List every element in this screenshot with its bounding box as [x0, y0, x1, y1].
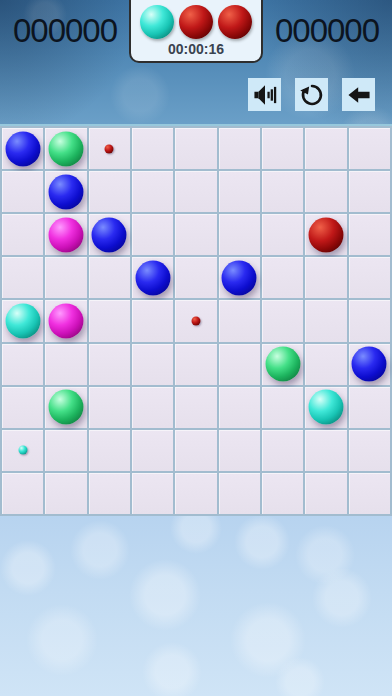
timer: 00:00:16	[168, 41, 224, 57]
next-balls-panel: 00:00:16	[129, 0, 263, 63]
ball-blue[interactable]	[222, 260, 257, 295]
cell-r6c8[interactable]	[349, 387, 390, 428]
cell-r6c4[interactable]	[175, 387, 216, 428]
next-dot-red	[105, 144, 114, 153]
cell-r5c8[interactable]	[349, 344, 390, 385]
cell-r7c7[interactable]	[305, 430, 346, 471]
ball-blue[interactable]	[48, 174, 83, 209]
cell-r2c3[interactable]	[132, 214, 173, 255]
cell-r2c2[interactable]	[89, 214, 130, 255]
cell-r0c1[interactable]	[45, 128, 86, 169]
cell-r2c5[interactable]	[219, 214, 260, 255]
cell-r3c1[interactable]	[45, 257, 86, 298]
score-right: 000000	[262, 13, 392, 49]
cell-r5c4[interactable]	[175, 344, 216, 385]
cell-r1c7[interactable]	[305, 171, 346, 212]
cell-r4c3[interactable]	[132, 300, 173, 341]
game-board	[0, 124, 392, 516]
cell-r3c0[interactable]	[2, 257, 43, 298]
cell-r4c7[interactable]	[305, 300, 346, 341]
cell-r4c0[interactable]	[2, 300, 43, 341]
cell-r5c2[interactable]	[89, 344, 130, 385]
cell-r8c1[interactable]	[45, 473, 86, 514]
cell-r5c6[interactable]	[262, 344, 303, 385]
cell-r1c3[interactable]	[132, 171, 173, 212]
ball-blue[interactable]	[135, 260, 170, 295]
ball-blue[interactable]	[92, 217, 127, 252]
sound-button[interactable]	[248, 78, 281, 111]
speaker-volume-icon	[252, 82, 278, 108]
ball-blue[interactable]	[352, 347, 387, 382]
cell-r1c4[interactable]	[175, 171, 216, 212]
cell-r7c2[interactable]	[89, 430, 130, 471]
cell-r0c4[interactable]	[175, 128, 216, 169]
ball-blue[interactable]	[5, 131, 40, 166]
cell-r7c5[interactable]	[219, 430, 260, 471]
cell-r1c1[interactable]	[45, 171, 86, 212]
ball-red[interactable]	[308, 217, 343, 252]
cell-r8c4[interactable]	[175, 473, 216, 514]
toolbar	[248, 78, 375, 111]
cell-r8c2[interactable]	[89, 473, 130, 514]
cell-r3c6[interactable]	[262, 257, 303, 298]
next-ball-red	[179, 5, 213, 39]
restart-button[interactable]	[295, 78, 328, 111]
cell-r4c4[interactable]	[175, 300, 216, 341]
cell-r5c3[interactable]	[132, 344, 173, 385]
cell-r0c3[interactable]	[132, 128, 173, 169]
cell-r1c6[interactable]	[262, 171, 303, 212]
cell-r8c5[interactable]	[219, 473, 260, 514]
cell-r1c2[interactable]	[89, 171, 130, 212]
ball-green[interactable]	[265, 347, 300, 382]
cell-r7c3[interactable]	[132, 430, 173, 471]
cell-r3c3[interactable]	[132, 257, 173, 298]
cell-r6c0[interactable]	[2, 387, 43, 428]
cell-r7c4[interactable]	[175, 430, 216, 471]
next-dot-cyan	[18, 446, 27, 455]
cell-r0c2[interactable]	[89, 128, 130, 169]
cell-r3c7[interactable]	[305, 257, 346, 298]
ball-magenta[interactable]	[48, 303, 83, 338]
cell-r5c7[interactable]	[305, 344, 346, 385]
next-dot-red	[191, 316, 200, 325]
cell-r0c7[interactable]	[305, 128, 346, 169]
cell-r8c8[interactable]	[349, 473, 390, 514]
ball-magenta[interactable]	[48, 217, 83, 252]
cell-r5c0[interactable]	[2, 344, 43, 385]
cell-r1c0[interactable]	[2, 171, 43, 212]
cell-r5c5[interactable]	[219, 344, 260, 385]
cell-r5c1[interactable]	[45, 344, 86, 385]
cell-r2c1[interactable]	[45, 214, 86, 255]
cell-r2c7[interactable]	[305, 214, 346, 255]
cell-r1c5[interactable]	[219, 171, 260, 212]
cell-r4c1[interactable]	[45, 300, 86, 341]
cell-r4c8[interactable]	[349, 300, 390, 341]
cell-r4c2[interactable]	[89, 300, 130, 341]
undo-button[interactable]	[342, 78, 375, 111]
cell-r1c8[interactable]	[349, 171, 390, 212]
cell-r7c1[interactable]	[45, 430, 86, 471]
next-ball-red	[218, 5, 252, 39]
cell-r0c5[interactable]	[219, 128, 260, 169]
cell-r6c2[interactable]	[89, 387, 130, 428]
ball-green[interactable]	[48, 131, 83, 166]
cell-r2c0[interactable]	[2, 214, 43, 255]
cell-r8c7[interactable]	[305, 473, 346, 514]
cell-r4c6[interactable]	[262, 300, 303, 341]
cell-r6c5[interactable]	[219, 387, 260, 428]
cell-r7c6[interactable]	[262, 430, 303, 471]
cell-r8c6[interactable]	[262, 473, 303, 514]
cell-r2c8[interactable]	[349, 214, 390, 255]
cell-r6c3[interactable]	[132, 387, 173, 428]
cell-r7c0[interactable]	[2, 430, 43, 471]
score-left: 000000	[0, 13, 130, 49]
cell-r3c8[interactable]	[349, 257, 390, 298]
next-ball-cyan	[140, 5, 174, 39]
cell-r8c3[interactable]	[132, 473, 173, 514]
cell-r2c6[interactable]	[262, 214, 303, 255]
cell-r0c0[interactable]	[2, 128, 43, 169]
cell-r3c2[interactable]	[89, 257, 130, 298]
next-balls-row	[140, 5, 252, 39]
cell-r8c0[interactable]	[2, 473, 43, 514]
ball-cyan[interactable]	[5, 303, 40, 338]
ball-green[interactable]	[48, 390, 83, 425]
cell-r4c5[interactable]	[219, 300, 260, 341]
ball-cyan[interactable]	[308, 390, 343, 425]
cell-r0c6[interactable]	[262, 128, 303, 169]
cell-r6c6[interactable]	[262, 387, 303, 428]
cell-r3c4[interactable]	[175, 257, 216, 298]
left-arrow-icon	[346, 82, 372, 108]
cell-r3c5[interactable]	[219, 257, 260, 298]
cell-r0c8[interactable]	[349, 128, 390, 169]
cell-r6c1[interactable]	[45, 387, 86, 428]
cell-r7c8[interactable]	[349, 430, 390, 471]
cell-r6c7[interactable]	[305, 387, 346, 428]
restart-circular-arrow-icon	[299, 82, 325, 108]
cell-r2c4[interactable]	[175, 214, 216, 255]
